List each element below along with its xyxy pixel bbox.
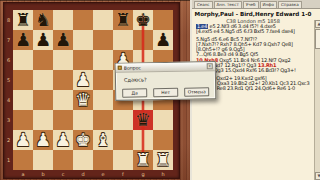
scrollbar-thumb[interactable] <box>315 29 320 49</box>
rank-label-8: 8 <box>4 10 13 30</box>
piece-white-pawn-a2[interactable]: ♟ <box>13 130 33 150</box>
dialog-message: Сдаюсь? <box>124 76 147 82</box>
file-label-h: h <box>153 170 173 179</box>
square-f7[interactable] <box>113 30 133 50</box>
piece-black-pawn-b7[interactable]: ♟ <box>33 30 53 50</box>
square-c1[interactable] <box>53 150 73 170</box>
scrollbar[interactable]: ▲ ▼ <box>314 20 320 180</box>
square-e7[interactable] <box>93 30 113 50</box>
square-d8[interactable] <box>73 10 93 30</box>
game-eco-site: C38 London m5 1858 <box>193 18 313 24</box>
piece-white-rook-g1[interactable]: ♜ <box>133 150 153 170</box>
square-b6[interactable] <box>33 50 53 70</box>
tab-session[interactable]: Сеанс <box>194 1 213 8</box>
rank-label-2: 2 <box>4 130 13 150</box>
square-a1[interactable] <box>13 150 33 170</box>
tab-info[interactable]: Инфо <box>260 1 277 8</box>
cancel-button[interactable]: Отмена <box>184 87 209 96</box>
rank-label-5: 5 <box>4 70 13 90</box>
file-label-e: e <box>93 170 113 179</box>
rank-label-4: 4 <box>4 90 13 110</box>
piece-white-pawn-c2[interactable]: ♟ <box>53 130 73 150</box>
rank-label-1: 1 <box>4 150 13 170</box>
square-h3[interactable] <box>153 110 173 130</box>
rank-label-7: 7 <box>4 30 13 50</box>
piece-white-king-d2[interactable]: ♚ <box>73 130 93 150</box>
square-d3[interactable] <box>73 110 93 130</box>
square-b4[interactable] <box>33 90 53 110</box>
square-c3[interactable] <box>53 110 73 130</box>
file-label-f: f <box>113 170 133 179</box>
square-f1[interactable] <box>113 150 133 170</box>
panel-tab-bar: Сеанс Анн. текст Учеб Инфо Справка <box>192 0 320 9</box>
square-e6[interactable] <box>93 50 113 70</box>
piece-white-bishop-e2[interactable]: ♝ <box>93 130 113 150</box>
piece-black-pawn-c7[interactable]: ♟ <box>53 30 73 50</box>
square-d1[interactable] <box>73 150 93 170</box>
square-c8[interactable] <box>53 10 73 30</box>
rank-label-6: 6 <box>4 50 13 70</box>
scrollbar-up-icon[interactable]: ▲ <box>315 20 320 28</box>
dialog-title: Вопрос <box>124 64 205 70</box>
square-e4[interactable] <box>93 90 113 110</box>
piece-black-pawn-h7[interactable]: ♟ <box>153 30 173 50</box>
piece-black-knight-b8[interactable]: ♞ <box>33 10 53 30</box>
square-e3[interactable] <box>93 110 113 130</box>
square-f3[interactable] <box>113 110 133 130</box>
square-c4[interactable] <box>53 90 73 110</box>
square-h2[interactable] <box>153 130 173 150</box>
piece-black-king-g8[interactable]: ♚ <box>133 10 153 30</box>
square-b5[interactable] <box>33 70 53 90</box>
tab-reference[interactable]: Справка <box>278 1 302 8</box>
file-label-d: d <box>73 170 93 179</box>
tab-annotated[interactable]: Анн. текст <box>214 1 242 8</box>
square-c5[interactable] <box>53 70 73 90</box>
file-label-b: b <box>33 170 53 179</box>
piece-black-pawn-a7[interactable]: ♟ <box>13 30 33 50</box>
move-text[interactable]: [4.exf5 e4 5.Ng5 d5 6.f3 Bxf5 7.fxe4 dxe… <box>196 29 295 34</box>
piece-black-rook-a8[interactable]: ♜ <box>13 10 33 30</box>
game-header: Morphy,Paul - Bird,Henry Edward 1-0 <box>193 11 313 17</box>
dialog-buttons: Да Нет Отмена <box>116 87 215 97</box>
message-dialog: Вопрос x Сдаюсь? Да Нет Отмена <box>115 61 217 101</box>
square-e8[interactable] <box>93 10 113 30</box>
piece-black-queen-g3[interactable]: ♛ <box>133 110 153 130</box>
square-d6[interactable] <box>73 50 93 70</box>
square-b3[interactable] <box>33 110 53 130</box>
piece-black-rook-f8[interactable]: ♜ <box>113 10 133 30</box>
square-a6[interactable] <box>13 50 33 70</box>
scrollbar-down-icon[interactable]: ▼ <box>315 172 320 180</box>
file-label-a: a <box>13 170 33 179</box>
no-button[interactable]: Нет <box>153 88 178 97</box>
piece-white-queen-d4[interactable]: ♛ <box>73 90 93 110</box>
square-a4[interactable] <box>13 90 33 110</box>
file-label-g: g <box>133 170 153 179</box>
rank-label-3: 3 <box>4 110 13 130</box>
tab-training[interactable]: Учеб <box>243 1 259 8</box>
yes-button[interactable]: Да <box>122 88 147 97</box>
dialog-app-icon <box>118 66 122 70</box>
piece-white-pawn-b2[interactable]: ♟ <box>33 130 53 150</box>
square-c6[interactable] <box>53 50 73 70</box>
square-b1[interactable] <box>33 150 53 170</box>
square-g7[interactable] <box>133 30 153 50</box>
file-label-c: c <box>53 170 73 179</box>
square-d7[interactable] <box>73 30 93 50</box>
square-a3[interactable] <box>13 110 33 130</box>
square-e5[interactable] <box>93 70 113 90</box>
square-g2[interactable] <box>133 130 153 150</box>
square-h8[interactable] <box>153 10 173 30</box>
square-e1[interactable] <box>93 150 113 170</box>
square-f2[interactable] <box>113 130 133 150</box>
move-line-2[interactable]: [4.exf5 e4 5.Ng5 d5 6.f3 Bxf5 7.fxe4 dxe… <box>196 29 312 34</box>
close-icon[interactable]: x <box>207 63 213 69</box>
dialog-titlebar[interactable]: Вопрос x <box>116 62 215 73</box>
square-a5[interactable] <box>13 70 33 90</box>
piece-white-pawn-d5[interactable]: ♟ <box>73 70 93 90</box>
piece-white-rook-h1[interactable]: ♜ <box>153 150 173 170</box>
